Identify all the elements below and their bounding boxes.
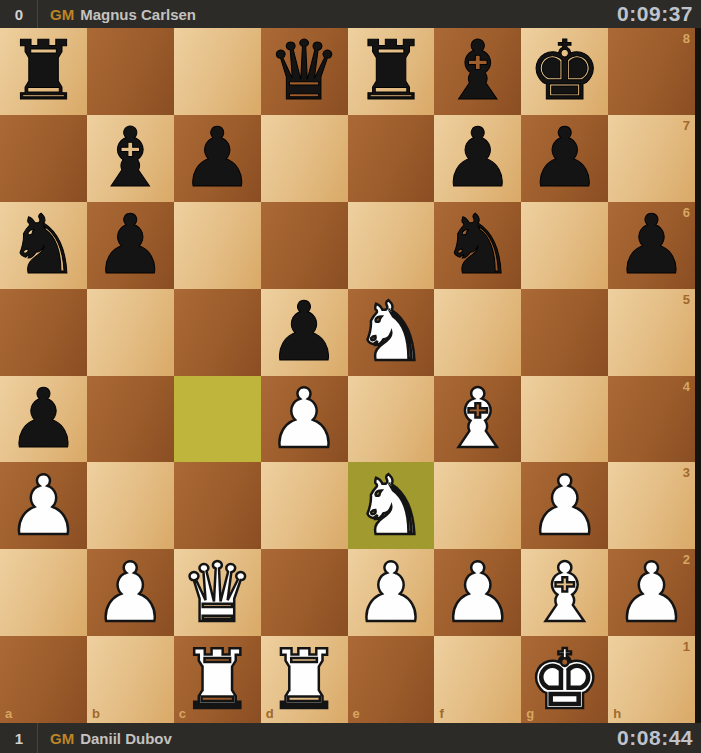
square-b5[interactable] bbox=[87, 289, 174, 376]
piece-white-rook[interactable]: ♜ bbox=[180, 639, 254, 721]
square-e7[interactable] bbox=[348, 115, 435, 202]
square-h5[interactable] bbox=[608, 289, 695, 376]
square-b8[interactable] bbox=[87, 28, 174, 115]
piece-white-queen[interactable]: ♛ bbox=[180, 552, 254, 634]
piece-white-bishop[interactable]: ♝ bbox=[441, 378, 515, 460]
square-b3[interactable] bbox=[87, 462, 174, 549]
square-e4[interactable] bbox=[348, 376, 435, 463]
player-name[interactable]: Magnus Carlsen bbox=[80, 6, 196, 23]
square-d1[interactable]: ♜ bbox=[261, 636, 348, 723]
piece-white-pawn[interactable]: ♟ bbox=[94, 552, 168, 634]
square-b4[interactable] bbox=[87, 376, 174, 463]
square-a4[interactable]: ♟ bbox=[0, 376, 87, 463]
square-g8[interactable]: ♚ bbox=[521, 28, 608, 115]
square-b7[interactable]: ♝ bbox=[87, 115, 174, 202]
player-title-badge: GM bbox=[50, 6, 74, 23]
piece-white-pawn[interactable]: ♟ bbox=[354, 552, 428, 634]
piece-white-knight[interactable]: ♞ bbox=[354, 465, 428, 547]
square-e2[interactable]: ♟ bbox=[348, 549, 435, 636]
square-h8[interactable] bbox=[608, 28, 695, 115]
piece-white-pawn[interactable]: ♟ bbox=[267, 378, 341, 460]
piece-white-knight[interactable]: ♞ bbox=[354, 291, 428, 373]
square-d3[interactable] bbox=[261, 462, 348, 549]
square-f7[interactable]: ♟ bbox=[434, 115, 521, 202]
square-e1[interactable] bbox=[348, 636, 435, 723]
square-c3[interactable] bbox=[174, 462, 261, 549]
player-score: 0 bbox=[10, 6, 28, 23]
player-clock: 0:08:44 bbox=[617, 726, 701, 750]
square-c8[interactable] bbox=[174, 28, 261, 115]
square-c4[interactable] bbox=[174, 376, 261, 463]
square-f5[interactable] bbox=[434, 289, 521, 376]
player-title-badge: GM bbox=[50, 730, 74, 747]
square-h2[interactable]: ♟ bbox=[608, 549, 695, 636]
square-c2[interactable]: ♛ bbox=[174, 549, 261, 636]
piece-white-pawn[interactable]: ♟ bbox=[615, 552, 689, 634]
square-d2[interactable] bbox=[261, 549, 348, 636]
square-h3[interactable] bbox=[608, 462, 695, 549]
square-h1[interactable] bbox=[608, 636, 695, 723]
piece-black-pawn[interactable]: ♟ bbox=[528, 117, 602, 199]
square-a7[interactable] bbox=[0, 115, 87, 202]
square-e5[interactable]: ♞ bbox=[348, 289, 435, 376]
square-h4[interactable] bbox=[608, 376, 695, 463]
square-g1[interactable]: ♚ bbox=[521, 636, 608, 723]
square-g6[interactable] bbox=[521, 202, 608, 289]
score-divider bbox=[37, 723, 38, 753]
square-f1[interactable] bbox=[434, 636, 521, 723]
piece-black-pawn[interactable]: ♟ bbox=[441, 117, 515, 199]
square-e8[interactable]: ♜ bbox=[348, 28, 435, 115]
square-d7[interactable] bbox=[261, 115, 348, 202]
square-h6[interactable]: ♟ bbox=[608, 202, 695, 289]
square-e6[interactable] bbox=[348, 202, 435, 289]
square-c6[interactable] bbox=[174, 202, 261, 289]
square-a3[interactable]: ♟ bbox=[0, 462, 87, 549]
player-bar-bottom: 1 GM Daniil Dubov 0:08:44 bbox=[0, 723, 701, 753]
piece-black-pawn[interactable]: ♟ bbox=[7, 378, 81, 460]
square-d6[interactable] bbox=[261, 202, 348, 289]
player-name[interactable]: Daniil Dubov bbox=[80, 730, 172, 747]
piece-black-rook[interactable]: ♜ bbox=[354, 30, 428, 112]
chess-game-window: 0 GM Magnus Carlsen 0:09:37 ♜♛♜♝♚♝♟♟♟♞♟♞… bbox=[0, 0, 701, 753]
square-f6[interactable]: ♞ bbox=[434, 202, 521, 289]
chess-board: ♜♛♜♝♚♝♟♟♟♞♟♞♟♟♞♟♟♝♟♞♟♟♛♟♟♝♟♜♜♚87654321ab… bbox=[0, 28, 695, 723]
player-clock: 0:09:37 bbox=[617, 2, 701, 26]
square-g7[interactable]: ♟ bbox=[521, 115, 608, 202]
square-a6[interactable]: ♞ bbox=[0, 202, 87, 289]
piece-black-bishop[interactable]: ♝ bbox=[441, 30, 515, 112]
square-f2[interactable]: ♟ bbox=[434, 549, 521, 636]
player-score: 1 bbox=[10, 730, 28, 747]
square-h7[interactable] bbox=[608, 115, 695, 202]
piece-black-bishop[interactable]: ♝ bbox=[94, 117, 168, 199]
piece-black-king[interactable]: ♚ bbox=[528, 30, 602, 112]
square-d5[interactable]: ♟ bbox=[261, 289, 348, 376]
piece-white-pawn[interactable]: ♟ bbox=[528, 465, 602, 547]
piece-white-pawn[interactable]: ♟ bbox=[441, 552, 515, 634]
square-b1[interactable] bbox=[87, 636, 174, 723]
square-c7[interactable]: ♟ bbox=[174, 115, 261, 202]
square-a2[interactable] bbox=[0, 549, 87, 636]
square-f3[interactable] bbox=[434, 462, 521, 549]
square-c5[interactable] bbox=[174, 289, 261, 376]
piece-white-king[interactable]: ♚ bbox=[528, 639, 602, 721]
piece-white-rook[interactable]: ♜ bbox=[267, 639, 341, 721]
piece-black-pawn[interactable]: ♟ bbox=[180, 117, 254, 199]
square-g3[interactable]: ♟ bbox=[521, 462, 608, 549]
piece-white-pawn[interactable]: ♟ bbox=[7, 465, 81, 547]
piece-white-bishop[interactable]: ♝ bbox=[528, 552, 602, 634]
piece-black-rook[interactable]: ♜ bbox=[7, 30, 81, 112]
piece-black-pawn[interactable]: ♟ bbox=[615, 204, 689, 286]
square-e3[interactable]: ♞ bbox=[348, 462, 435, 549]
square-d8[interactable]: ♛ bbox=[261, 28, 348, 115]
square-b6[interactable]: ♟ bbox=[87, 202, 174, 289]
square-b2[interactable]: ♟ bbox=[87, 549, 174, 636]
square-g5[interactable] bbox=[521, 289, 608, 376]
piece-black-knight[interactable]: ♞ bbox=[441, 204, 515, 286]
square-g2[interactable]: ♝ bbox=[521, 549, 608, 636]
square-a1[interactable] bbox=[0, 636, 87, 723]
square-g4[interactable] bbox=[521, 376, 608, 463]
square-f4[interactable]: ♝ bbox=[434, 376, 521, 463]
piece-black-knight[interactable]: ♞ bbox=[7, 204, 81, 286]
piece-black-pawn[interactable]: ♟ bbox=[94, 204, 168, 286]
square-a8[interactable]: ♜ bbox=[0, 28, 87, 115]
square-a5[interactable] bbox=[0, 289, 87, 376]
piece-black-queen[interactable]: ♛ bbox=[267, 30, 341, 112]
piece-black-pawn[interactable]: ♟ bbox=[267, 291, 341, 373]
square-f8[interactable]: ♝ bbox=[434, 28, 521, 115]
square-d4[interactable]: ♟ bbox=[261, 376, 348, 463]
square-c1[interactable]: ♜ bbox=[174, 636, 261, 723]
